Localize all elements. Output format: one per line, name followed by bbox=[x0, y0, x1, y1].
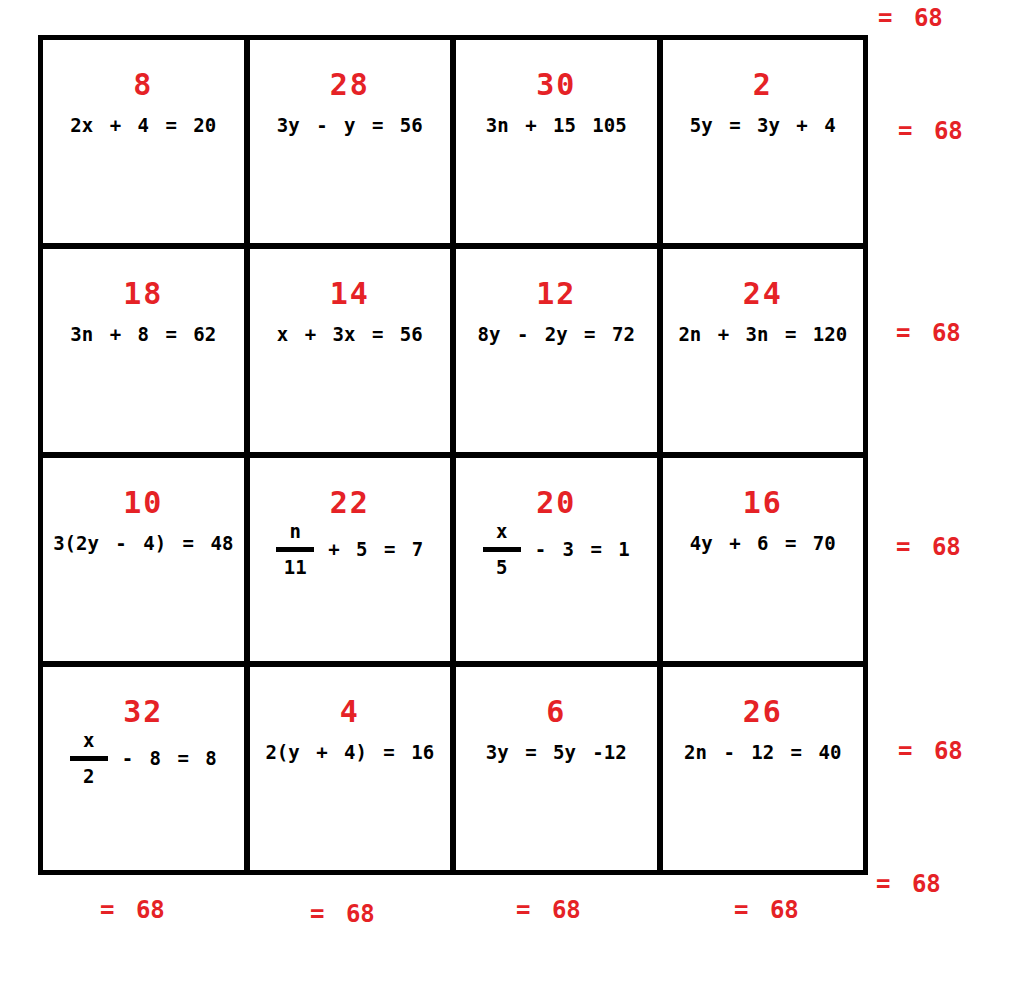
fraction: x5 bbox=[483, 521, 521, 578]
fraction-bar bbox=[483, 547, 521, 552]
cell-equation: 3y - y = 56 bbox=[277, 115, 423, 136]
equation-rest: - 3 = 1 bbox=[535, 539, 630, 560]
cell-equation: 2n - 12 = 40 bbox=[684, 742, 841, 763]
grid-cell-r1c1: 82x + 4 = 20 bbox=[43, 40, 244, 243]
grid-cell-r3c2: 22n11+ 5 = 7 bbox=[250, 458, 451, 661]
cell-equation: 3n + 15 105 bbox=[486, 115, 627, 136]
fraction-numerator: x bbox=[83, 730, 94, 751]
grid-cell-r2c2: 14x + 3x = 56 bbox=[250, 249, 451, 452]
cell-equation: x2- 8 = 8 bbox=[70, 730, 217, 787]
grid-cell-r3c4: 164y + 6 = 70 bbox=[663, 458, 864, 661]
fraction-numerator: n bbox=[289, 521, 300, 542]
magic-square-grid: 82x + 4 = 20283y - y = 56303n + 15 10525… bbox=[38, 35, 868, 875]
row-sum-label-2: = 68 bbox=[896, 321, 961, 345]
cell-answer: 2 bbox=[753, 70, 773, 100]
cell-answer: 18 bbox=[123, 279, 163, 309]
cell-equation: 2(y + 4) = 16 bbox=[265, 742, 434, 763]
cell-equation: n11+ 5 = 7 bbox=[276, 521, 423, 578]
column-sum-label-4: = 68 bbox=[734, 898, 799, 922]
column-sum-label-3: = 68 bbox=[516, 898, 581, 922]
grid-cell-r4c2: 42(y + 4) = 16 bbox=[250, 667, 451, 870]
cell-answer: 16 bbox=[743, 488, 783, 518]
cell-answer: 30 bbox=[536, 70, 576, 100]
cell-answer: 14 bbox=[330, 279, 370, 309]
grid-cell-r4c4: 262n - 12 = 40 bbox=[663, 667, 864, 870]
column-sum-label-2: = 68 bbox=[310, 902, 375, 926]
fraction-bar bbox=[276, 547, 314, 552]
diagonal-sum-label-top-right: = 68 bbox=[878, 6, 943, 30]
cell-equation: 5y = 3y + 4 bbox=[690, 115, 836, 136]
grid-cell-r2c3: 128y - 2y = 72 bbox=[456, 249, 657, 452]
fraction-numerator: x bbox=[496, 521, 507, 542]
cell-equation: 3y = 5y -12 bbox=[486, 742, 627, 763]
cell-answer: 8 bbox=[133, 70, 153, 100]
fraction-denominator: 5 bbox=[496, 557, 507, 578]
row-sum-label-3: = 68 bbox=[896, 535, 961, 559]
cell-answer: 20 bbox=[536, 488, 576, 518]
row-sum-label-4: = 68 bbox=[898, 739, 963, 763]
fraction-denominator: 11 bbox=[284, 557, 307, 578]
cell-equation: 3n + 8 = 62 bbox=[70, 324, 216, 345]
grid-cell-r4c1: 32x2- 8 = 8 bbox=[43, 667, 244, 870]
cell-equation: x + 3x = 56 bbox=[277, 324, 423, 345]
equation-rest: + 5 = 7 bbox=[328, 539, 423, 560]
fraction: n11 bbox=[276, 521, 314, 578]
fraction: x2 bbox=[70, 730, 108, 787]
cell-equation: x5- 3 = 1 bbox=[483, 521, 630, 578]
cell-answer: 32 bbox=[123, 697, 163, 727]
cell-answer: 12 bbox=[536, 279, 576, 309]
column-sum-label-1: = 68 bbox=[100, 898, 165, 922]
cell-equation: 4y + 6 = 70 bbox=[690, 533, 836, 554]
cell-answer: 28 bbox=[330, 70, 370, 100]
grid-cell-r1c3: 303n + 15 105 bbox=[456, 40, 657, 243]
cell-answer: 26 bbox=[743, 697, 783, 727]
diagonal-sum-label-bottom-right: = 68 bbox=[876, 872, 941, 896]
fraction-bar bbox=[70, 756, 108, 761]
grid-cell-r1c4: 25y = 3y + 4 bbox=[663, 40, 864, 243]
worksheet-page: 82x + 4 = 20283y - y = 56303n + 15 10525… bbox=[0, 0, 1011, 984]
cell-equation: 2n + 3n = 120 bbox=[678, 324, 847, 345]
cell-answer: 4 bbox=[340, 697, 360, 727]
cell-answer: 6 bbox=[546, 697, 566, 727]
row-sum-label-1: = 68 bbox=[898, 119, 963, 143]
grid-cell-r2c4: 242n + 3n = 120 bbox=[663, 249, 864, 452]
grid-cell-r3c3: 20x5- 3 = 1 bbox=[456, 458, 657, 661]
cell-equation: 2x + 4 = 20 bbox=[70, 115, 216, 136]
cell-answer: 10 bbox=[123, 488, 163, 518]
grid-cell-r4c3: 63y = 5y -12 bbox=[456, 667, 657, 870]
fraction-denominator: 2 bbox=[83, 766, 94, 787]
cell-equation: 3(2y - 4) = 48 bbox=[53, 533, 233, 554]
equation-rest: - 8 = 8 bbox=[122, 748, 217, 769]
cell-answer: 22 bbox=[330, 488, 370, 518]
grid-cell-r3c1: 103(2y - 4) = 48 bbox=[43, 458, 244, 661]
grid-cell-r1c2: 283y - y = 56 bbox=[250, 40, 451, 243]
cell-answer: 24 bbox=[743, 279, 783, 309]
grid-cell-r2c1: 183n + 8 = 62 bbox=[43, 249, 244, 452]
cell-equation: 8y - 2y = 72 bbox=[478, 324, 635, 345]
